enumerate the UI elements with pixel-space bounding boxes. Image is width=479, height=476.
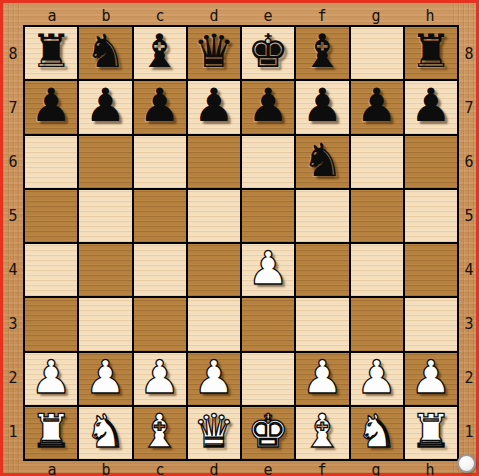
file-label-b: b bbox=[79, 461, 133, 476]
square-g8[interactable] bbox=[351, 27, 403, 79]
rank-label-4: 4 bbox=[3, 243, 23, 297]
piece-white-pawn-a2[interactable]: ♟ bbox=[31, 354, 72, 400]
rank-label-4: 4 bbox=[459, 243, 479, 297]
square-h4[interactable] bbox=[405, 244, 457, 296]
rank-label-5: 5 bbox=[3, 189, 23, 243]
file-label-a: a bbox=[25, 461, 79, 476]
file-labels-bottom: abcdefgh bbox=[25, 461, 457, 476]
rank-label-2: 2 bbox=[459, 351, 479, 405]
board-grid: ♜♞♝♛♚♝♜♟♟♟♟♟♟♟♟♞♟♟♟♟♟♟♟♟♜♞♝♛♚♝♞♜ bbox=[25, 27, 457, 459]
rank-label-5: 5 bbox=[459, 189, 479, 243]
square-d6[interactable] bbox=[188, 136, 240, 188]
square-f5[interactable] bbox=[296, 190, 348, 242]
square-h3[interactable] bbox=[405, 298, 457, 350]
square-g5[interactable] bbox=[351, 190, 403, 242]
square-e1[interactable]: ♚ bbox=[242, 407, 294, 459]
square-e3[interactable] bbox=[242, 298, 294, 350]
square-a3[interactable] bbox=[25, 298, 77, 350]
square-d5[interactable] bbox=[188, 190, 240, 242]
piece-white-knight-g1[interactable]: ♞ bbox=[356, 408, 397, 454]
rank-label-1: 1 bbox=[459, 405, 479, 459]
rank-label-8: 8 bbox=[459, 27, 479, 81]
piece-black-pawn-c7[interactable]: ♟ bbox=[139, 82, 180, 128]
square-h1[interactable]: ♜ bbox=[405, 407, 457, 459]
square-h2[interactable]: ♟ bbox=[405, 353, 457, 405]
square-f3[interactable] bbox=[296, 298, 348, 350]
square-c7[interactable]: ♟ bbox=[134, 81, 186, 133]
rank-label-3: 3 bbox=[459, 297, 479, 351]
square-c2[interactable]: ♟ bbox=[134, 353, 186, 405]
square-c3[interactable] bbox=[134, 298, 186, 350]
piece-black-bishop-f8[interactable]: ♝ bbox=[302, 28, 343, 74]
rank-label-6: 6 bbox=[459, 135, 479, 189]
square-b2[interactable]: ♟ bbox=[79, 353, 131, 405]
square-g6[interactable] bbox=[351, 136, 403, 188]
square-a1[interactable]: ♜ bbox=[25, 407, 77, 459]
file-label-f: f bbox=[295, 461, 349, 476]
file-label-b: b bbox=[79, 7, 133, 25]
square-b5[interactable] bbox=[79, 190, 131, 242]
piece-black-queen-d8[interactable]: ♛ bbox=[193, 28, 234, 74]
square-d3[interactable] bbox=[188, 298, 240, 350]
piece-white-bishop-c1[interactable]: ♝ bbox=[139, 408, 180, 454]
square-f6[interactable]: ♞ bbox=[296, 136, 348, 188]
square-d4[interactable] bbox=[188, 244, 240, 296]
piece-white-queen-d1[interactable]: ♛ bbox=[193, 408, 234, 454]
square-f4[interactable] bbox=[296, 244, 348, 296]
file-label-h: h bbox=[403, 7, 457, 25]
file-label-a: a bbox=[25, 7, 79, 25]
square-h6[interactable] bbox=[405, 136, 457, 188]
piece-black-pawn-e7[interactable]: ♟ bbox=[248, 82, 289, 128]
square-g3[interactable] bbox=[351, 298, 403, 350]
square-c4[interactable] bbox=[134, 244, 186, 296]
file-label-g: g bbox=[349, 7, 403, 25]
square-d1[interactable]: ♛ bbox=[188, 407, 240, 459]
square-a4[interactable] bbox=[25, 244, 77, 296]
square-a6[interactable] bbox=[25, 136, 77, 188]
square-g2[interactable]: ♟ bbox=[351, 353, 403, 405]
square-d7[interactable]: ♟ bbox=[188, 81, 240, 133]
square-c8[interactable]: ♝ bbox=[134, 27, 186, 79]
chess-board: ♜♞♝♛♚♝♜♟♟♟♟♟♟♟♟♞♟♟♟♟♟♟♟♟♜♞♝♛♚♝♞♜ bbox=[23, 25, 459, 461]
square-e7[interactable]: ♟ bbox=[242, 81, 294, 133]
square-f7[interactable]: ♟ bbox=[296, 81, 348, 133]
square-h7[interactable]: ♟ bbox=[405, 81, 457, 133]
piece-white-bishop-f1[interactable]: ♝ bbox=[302, 408, 343, 454]
square-a8[interactable]: ♜ bbox=[25, 27, 77, 79]
file-label-e: e bbox=[241, 7, 295, 25]
square-g1[interactable]: ♞ bbox=[351, 407, 403, 459]
piece-black-pawn-f7[interactable]: ♟ bbox=[302, 82, 343, 128]
square-f1[interactable]: ♝ bbox=[296, 407, 348, 459]
square-b1[interactable]: ♞ bbox=[79, 407, 131, 459]
square-h5[interactable] bbox=[405, 190, 457, 242]
square-b8[interactable]: ♞ bbox=[79, 27, 131, 79]
rank-label-7: 7 bbox=[3, 81, 23, 135]
file-label-h: h bbox=[403, 461, 457, 476]
rank-label-2: 2 bbox=[3, 351, 23, 405]
piece-white-knight-b1[interactable]: ♞ bbox=[85, 408, 126, 454]
rank-labels-left: 87654321 bbox=[3, 27, 23, 459]
piece-white-pawn-c2[interactable]: ♟ bbox=[139, 354, 180, 400]
rank-label-8: 8 bbox=[3, 27, 23, 81]
file-label-d: d bbox=[187, 7, 241, 25]
piece-white-pawn-e4[interactable]: ♟ bbox=[248, 245, 289, 291]
piece-white-rook-a1[interactable]: ♜ bbox=[31, 408, 72, 454]
file-label-g: g bbox=[349, 461, 403, 476]
file-label-e: e bbox=[241, 461, 295, 476]
square-h8[interactable]: ♜ bbox=[405, 27, 457, 79]
square-e4[interactable]: ♟ bbox=[242, 244, 294, 296]
square-f8[interactable]: ♝ bbox=[296, 27, 348, 79]
file-label-c: c bbox=[133, 7, 187, 25]
square-b6[interactable] bbox=[79, 136, 131, 188]
file-label-c: c bbox=[133, 461, 187, 476]
square-d2[interactable]: ♟ bbox=[188, 353, 240, 405]
piece-black-pawn-d7[interactable]: ♟ bbox=[193, 82, 234, 128]
square-c6[interactable] bbox=[134, 136, 186, 188]
piece-black-knight-b8[interactable]: ♞ bbox=[85, 28, 126, 74]
piece-white-pawn-f2[interactable]: ♟ bbox=[302, 354, 343, 400]
square-b4[interactable] bbox=[79, 244, 131, 296]
piece-black-pawn-h7[interactable]: ♟ bbox=[410, 82, 451, 128]
square-b3[interactable] bbox=[79, 298, 131, 350]
piece-white-pawn-b2[interactable]: ♟ bbox=[85, 354, 126, 400]
square-g4[interactable] bbox=[351, 244, 403, 296]
file-label-f: f bbox=[295, 7, 349, 25]
square-a2[interactable]: ♟ bbox=[25, 353, 77, 405]
square-e6[interactable] bbox=[242, 136, 294, 188]
piece-black-king-e8[interactable]: ♚ bbox=[248, 28, 289, 74]
square-a5[interactable] bbox=[25, 190, 77, 242]
piece-black-pawn-g7[interactable]: ♟ bbox=[356, 82, 397, 128]
square-e5[interactable] bbox=[242, 190, 294, 242]
white-to-move-indicator bbox=[457, 454, 476, 473]
file-labels-top: abcdefgh bbox=[25, 7, 457, 23]
rank-labels-right: 87654321 bbox=[459, 27, 479, 459]
rank-label-3: 3 bbox=[3, 297, 23, 351]
square-b7[interactable]: ♟ bbox=[79, 81, 131, 133]
piece-white-pawn-d2[interactable]: ♟ bbox=[193, 354, 234, 400]
piece-black-pawn-b7[interactable]: ♟ bbox=[85, 82, 126, 128]
piece-white-pawn-g2[interactable]: ♟ bbox=[356, 354, 397, 400]
square-e8[interactable]: ♚ bbox=[242, 27, 294, 79]
piece-black-knight-f6[interactable]: ♞ bbox=[302, 137, 343, 183]
piece-black-rook-a8[interactable]: ♜ bbox=[31, 28, 72, 74]
square-c1[interactable]: ♝ bbox=[134, 407, 186, 459]
piece-black-pawn-a7[interactable]: ♟ bbox=[31, 82, 72, 128]
square-g7[interactable]: ♟ bbox=[351, 81, 403, 133]
piece-black-bishop-c8[interactable]: ♝ bbox=[139, 28, 180, 74]
rank-label-6: 6 bbox=[3, 135, 23, 189]
square-a7[interactable]: ♟ bbox=[25, 81, 77, 133]
square-e2[interactable] bbox=[242, 353, 294, 405]
rank-label-7: 7 bbox=[459, 81, 479, 135]
piece-black-rook-h8[interactable]: ♜ bbox=[410, 28, 451, 74]
piece-white-king-e1[interactable]: ♚ bbox=[248, 408, 289, 454]
file-label-d: d bbox=[187, 461, 241, 476]
square-c5[interactable] bbox=[134, 190, 186, 242]
square-d8[interactable]: ♛ bbox=[188, 27, 240, 79]
chess-board-window: abcdefgh abcdefgh 87654321 87654321 ♜♞♝♛… bbox=[0, 0, 479, 476]
square-f2[interactable]: ♟ bbox=[296, 353, 348, 405]
rank-label-1: 1 bbox=[3, 405, 23, 459]
piece-white-rook-h1[interactable]: ♜ bbox=[410, 408, 451, 454]
piece-white-pawn-h2[interactable]: ♟ bbox=[410, 354, 451, 400]
